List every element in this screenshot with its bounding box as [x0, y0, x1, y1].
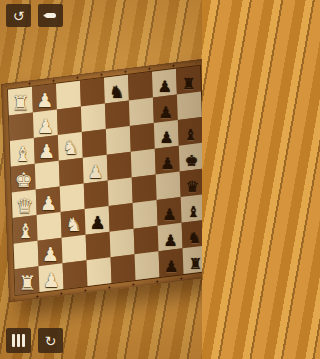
white-queen: ♛	[12, 196, 37, 216]
square-d6[interactable]	[132, 174, 157, 203]
square-e6[interactable]	[131, 149, 156, 178]
white-bishop: ♝	[10, 144, 35, 164]
square-f2[interactable]: ♟	[34, 135, 59, 164]
square-b3[interactable]	[62, 235, 87, 264]
black-pawn: ♟	[153, 105, 178, 121]
white-knight: ♞	[61, 217, 86, 236]
square-e2[interactable]	[35, 161, 60, 190]
black-pawn: ♟	[85, 214, 110, 232]
white-pawn: ♟	[32, 91, 57, 110]
square-e4[interactable]: ♟	[83, 155, 108, 184]
square-a7[interactable]: ♟	[159, 248, 184, 277]
black-rook: ♜	[183, 257, 202, 272]
square-h2[interactable]: ♟	[32, 84, 57, 113]
square-f6[interactable]	[130, 123, 155, 152]
square-h4[interactable]	[80, 78, 105, 107]
chess-board[interactable]: ♜♟♞♟♜♟♟♝♟♞♟♝♚♟♟♚♛♟♛♝♞♟♟♝♟♟♞♜♟♟♜ © A Tril…	[1, 57, 202, 302]
square-b5[interactable]	[110, 229, 135, 258]
square-b2[interactable]: ♟	[38, 238, 63, 267]
black-pawn: ♟	[155, 156, 180, 172]
menu-button[interactable]	[38, 4, 63, 27]
black-pawn: ♟	[154, 131, 179, 147]
black-rook: ♜	[176, 77, 201, 92]
square-a3[interactable]	[63, 260, 88, 289]
black-pawn: ♟	[152, 79, 177, 95]
square-d5[interactable]	[108, 177, 133, 206]
menu-icon	[45, 13, 56, 18]
white-knight: ♞	[58, 140, 83, 159]
square-c4[interactable]: ♟	[85, 206, 110, 235]
black-bishop: ♝	[178, 128, 202, 143]
square-g1[interactable]	[9, 112, 34, 141]
pause-icon	[12, 334, 25, 347]
square-d7[interactable]	[156, 171, 181, 200]
square-a6[interactable]	[135, 251, 160, 280]
square-f3[interactable]: ♞	[58, 132, 83, 161]
square-f5[interactable]	[106, 126, 131, 155]
white-pawn: ♟	[38, 245, 63, 264]
rotate-view-button[interactable]: ↻	[38, 328, 63, 353]
square-c6[interactable]	[133, 200, 158, 229]
white-pawn: ♟	[33, 116, 58, 135]
black-king: ♚	[179, 154, 202, 169]
undo-icon: ↺	[13, 9, 25, 23]
square-e5[interactable]	[107, 152, 132, 181]
square-g7[interactable]: ♟	[153, 94, 178, 123]
square-c3[interactable]: ♞	[61, 209, 86, 238]
black-bishop: ♝	[181, 205, 202, 220]
black-pawn: ♟	[157, 208, 182, 224]
square-g2[interactable]: ♟	[33, 109, 58, 138]
square-a8[interactable]: ♜	[183, 245, 202, 274]
white-pawn: ♟	[34, 142, 59, 161]
square-a5[interactable]	[111, 254, 136, 283]
square-f1[interactable]: ♝	[10, 138, 35, 167]
square-h8[interactable]: ♜	[176, 66, 201, 95]
undo-button[interactable]: ↺	[6, 4, 31, 27]
square-h6[interactable]	[128, 72, 153, 101]
square-b6[interactable]	[134, 226, 159, 255]
white-rook: ♜	[15, 273, 40, 293]
square-b1[interactable]	[14, 241, 39, 270]
square-h7[interactable]: ♟	[152, 69, 177, 98]
square-e7[interactable]: ♟	[155, 146, 180, 175]
black-queen: ♛	[180, 180, 202, 195]
square-e1[interactable]: ♚	[11, 164, 36, 193]
square-h5[interactable]: ♞	[104, 75, 129, 104]
square-h1[interactable]: ♜	[8, 87, 33, 116]
board-squares[interactable]: ♜♟♞♟♜♟♟♝♟♞♟♝♚♟♟♚♛♟♛♝♞♟♟♝♟♟♞♜♟♟♜	[7, 65, 202, 296]
square-g5[interactable]	[105, 100, 130, 129]
square-f8[interactable]: ♝	[178, 117, 202, 146]
square-b4[interactable]	[86, 232, 111, 261]
square-h3[interactable]	[56, 81, 81, 110]
white-king: ♚	[11, 170, 36, 190]
square-a1[interactable]: ♜	[15, 266, 40, 295]
square-e3[interactable]	[59, 158, 84, 187]
square-a2[interactable]: ♟	[39, 263, 64, 292]
square-g6[interactable]	[129, 97, 154, 126]
square-g3[interactable]	[57, 106, 82, 135]
square-a4[interactable]	[87, 257, 112, 286]
square-d8[interactable]: ♛	[180, 168, 202, 197]
square-b7[interactable]: ♟	[158, 223, 183, 252]
square-c8[interactable]: ♝	[181, 194, 202, 223]
black-knight: ♞	[104, 84, 129, 101]
white-rook: ♜	[8, 93, 33, 113]
white-pawn: ♟	[36, 193, 61, 212]
square-d1[interactable]: ♛	[12, 189, 37, 218]
square-g4[interactable]	[81, 103, 106, 132]
black-pawn: ♟	[158, 233, 183, 249]
chess-board-scene: ♜♟♞♟♜♟♟♝♟♞♟♝♚♟♟♚♛♟♛♝♞♟♟♝♟♟♞♜♟♟♜ © A Tril…	[0, 0, 202, 359]
square-b8[interactable]: ♞	[182, 220, 202, 249]
square-f4[interactable]	[82, 129, 107, 158]
square-c2[interactable]	[37, 212, 62, 241]
square-f7[interactable]: ♟	[154, 120, 179, 149]
square-d3[interactable]	[60, 183, 85, 212]
white-bishop: ♝	[13, 221, 38, 241]
rotate-view-icon: ↻	[45, 334, 57, 348]
square-g8[interactable]	[177, 91, 202, 120]
square-d4[interactable]	[84, 180, 109, 209]
black-pawn: ♟	[159, 259, 184, 275]
square-c7[interactable]: ♟	[157, 197, 182, 226]
white-pawn: ♟	[39, 270, 64, 289]
black-knight: ♞	[182, 231, 202, 246]
square-c5[interactable]	[109, 203, 134, 232]
square-e8[interactable]: ♚	[179, 143, 202, 172]
board-frame: ♜♟♞♟♜♟♟♝♟♞♟♝♚♟♟♚♛♟♛♝♞♟♟♝♟♟♞♜♟♟♜ © A Tril…	[1, 57, 202, 302]
pause-button[interactable]	[6, 328, 31, 353]
square-d2[interactable]: ♟	[36, 186, 61, 215]
square-c1[interactable]: ♝	[13, 215, 38, 244]
white-pawn: ♟	[83, 163, 108, 181]
